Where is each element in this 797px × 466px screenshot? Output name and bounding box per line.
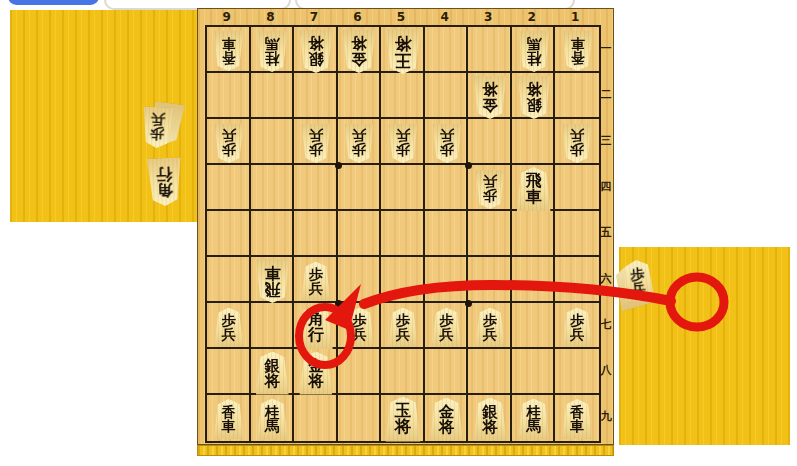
board-front-edge [197,445,614,456]
file-label-4: 4 [423,9,467,25]
square-4a[interactable] [425,27,469,73]
square-7e[interactable] [294,211,338,257]
piece-7g-角行[interactable]: 角行 [298,305,333,349]
square-6b[interactable] [338,73,382,119]
square-6i[interactable] [338,395,382,441]
square-2g[interactable] [512,303,556,349]
piece-7a-銀将[interactable]: 銀将 [299,30,333,73]
square-4h[interactable] [425,349,469,395]
piece-2i-桂馬[interactable]: 桂馬 [518,399,550,440]
file-labels: 987654321 [205,9,597,25]
square-1e[interactable] [555,211,599,257]
piece-1i-香車[interactable]: 香車 [562,399,593,439]
file-label-7: 7 [292,9,336,25]
piece-3i-銀将[interactable]: 銀将 [473,398,507,441]
square-7i[interactable] [294,395,338,441]
piece-3g-歩兵[interactable]: 歩兵 [475,308,505,347]
square-2f[interactable] [512,257,556,303]
file-label-2: 2 [510,9,554,25]
square-6h[interactable] [338,349,382,395]
piece-7h-金将[interactable]: 金将 [299,352,333,395]
shogi-app: 歩兵角行 歩兵 987654321 一二三四五六七八九 香車桂馬銀将金将王将桂馬… [0,0,797,466]
piece-7f-歩兵[interactable]: 歩兵 [301,262,331,301]
gote-captured-stand: 歩兵角行 [10,10,197,222]
square-6e[interactable] [338,211,382,257]
square-9d[interactable] [207,165,251,211]
piece-4g-歩兵[interactable]: 歩兵 [432,308,462,347]
hoshi-dot [335,300,342,307]
square-8g[interactable] [251,303,295,349]
piece-8i-桂馬[interactable]: 桂馬 [256,399,288,440]
piece-8h-銀将[interactable]: 銀将 [255,352,289,395]
piece-5a-王将[interactable]: 王将 [385,29,421,74]
square-6d[interactable] [338,165,382,211]
square-1d[interactable] [555,165,599,211]
square-4f[interactable] [425,257,469,303]
piece-5c-歩兵[interactable]: 歩兵 [388,124,418,163]
board-grid: 香車桂馬銀将金将王将桂馬香車金将銀将歩兵歩兵歩兵歩兵歩兵歩兵歩兵飛車飛車歩兵歩兵… [205,25,601,443]
square-1h[interactable] [555,349,599,395]
piece-7c-歩兵[interactable]: 歩兵 [301,124,331,163]
shogi-board: 987654321 一二三四五六七八九 香車桂馬銀将金将王将桂馬香車金将銀将歩兵… [197,8,614,445]
square-4d[interactable] [425,165,469,211]
square-3a[interactable] [468,27,512,73]
square-2e[interactable] [512,211,556,257]
file-label-1: 1 [554,9,598,25]
piece-6g-歩兵[interactable]: 歩兵 [344,308,374,347]
square-9h[interactable] [207,349,251,395]
piece-5g-歩兵[interactable]: 歩兵 [388,308,418,347]
square-8b[interactable] [251,73,295,119]
square-5b[interactable] [381,73,425,119]
square-9b[interactable] [207,73,251,119]
square-8c[interactable] [251,119,295,165]
square-4b[interactable] [425,73,469,119]
piece-4i-金将[interactable]: 金将 [430,398,464,441]
piece-3b-金将[interactable]: 金将 [473,76,507,119]
hand-piece-gote-角行[interactable]: 角行 [146,157,183,206]
piece-3d-歩兵[interactable]: 歩兵 [475,170,505,209]
file-label-5: 5 [379,9,423,25]
file-label-9: 9 [205,9,249,25]
file-label-3: 3 [466,9,510,25]
square-8e[interactable] [251,211,295,257]
square-3h[interactable] [468,349,512,395]
piece-9g-歩兵[interactable]: 歩兵 [214,308,244,347]
square-2c[interactable] [512,119,556,165]
square-1b[interactable] [555,73,599,119]
square-3f[interactable] [468,257,512,303]
file-label-8: 8 [249,9,293,25]
square-9f[interactable] [207,257,251,303]
square-5e[interactable] [381,211,425,257]
square-5d[interactable] [381,165,425,211]
square-5h[interactable] [381,349,425,395]
square-2h[interactable] [512,349,556,395]
file-label-6: 6 [336,9,380,25]
hand-piece-sente-歩兵[interactable]: 歩兵 [620,259,656,304]
square-9e[interactable] [207,211,251,257]
piece-9i-香車[interactable]: 香車 [213,399,244,439]
piece-1g-歩兵[interactable]: 歩兵 [562,308,592,347]
square-7d[interactable] [294,165,338,211]
square-8d[interactable] [251,165,295,211]
sente-captured-stand: 歩兵 [619,247,790,445]
square-3c[interactable] [468,119,512,165]
piece-5i-玉将[interactable]: 玉将 [385,397,421,442]
square-7b[interactable] [294,73,338,119]
square-1f[interactable] [555,257,599,303]
piece-2d-飛車[interactable]: 飛車 [516,167,551,211]
square-3e[interactable] [468,211,512,257]
hoshi-dot [335,162,342,169]
square-5f[interactable] [381,257,425,303]
square-4e[interactable] [425,211,469,257]
square-6f[interactable] [338,257,382,303]
toolbar-tab-blue[interactable] [8,0,99,5]
